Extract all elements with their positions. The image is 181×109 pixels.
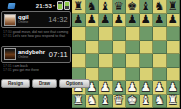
board-square-f1[interactable]: ♝ — [140, 95, 154, 109]
chevron-down-icon: ▾ — [53, 3, 55, 8]
status-bar: 21:53 ▾ — [0, 0, 72, 11]
options-button[interactable]: Options — [59, 79, 90, 88]
board-square-e4[interactable] — [126, 54, 140, 68]
player-name: andybehr — [18, 49, 45, 55]
white-queen: ♛ — [114, 94, 124, 108]
black-pawn: ♟ — [73, 13, 83, 27]
chat-timestamp: 17:31 — [3, 68, 12, 72]
board-square-c3[interactable] — [99, 68, 113, 82]
board-square-a7[interactable]: ♟ — [72, 14, 86, 28]
statusbar-clock: 21:53 — [36, 3, 52, 9]
board-square-g5[interactable] — [153, 41, 167, 55]
board-square-g4[interactable] — [153, 54, 167, 68]
my-player-card[interactable]: andybehr Online 07:11 — [1, 46, 71, 63]
board-square-f3[interactable] — [140, 68, 154, 82]
white-pawn: ♟ — [127, 81, 137, 95]
white-bishop: ♝ — [141, 94, 151, 108]
board-square-e3[interactable] — [126, 68, 140, 82]
board-square-e1[interactable]: ♚ — [126, 95, 140, 109]
board-square-d1[interactable]: ♛ — [113, 95, 127, 109]
black-pawn: ♟ — [100, 13, 110, 27]
board-square-h1[interactable]: ♜ — [167, 95, 181, 109]
player-identity: andybehr Online — [18, 49, 45, 60]
player-clock: 07:11 — [49, 50, 68, 59]
board-square-g3[interactable] — [153, 68, 167, 82]
resign-button[interactable]: Resign — [1, 79, 30, 88]
chat-timestamp: 17:30 — [3, 30, 12, 34]
board-square-g6[interactable] — [153, 27, 167, 41]
chat-text: you got me there — [13, 68, 39, 72]
board-square-e5[interactable] — [126, 41, 140, 55]
statusbar-icons — [57, 1, 70, 10]
black-pawn: ♟ — [168, 13, 178, 27]
board-square-c1[interactable]: ♝ — [99, 95, 113, 109]
app-screen: 21:53 ▾ qgil Online 14:32 17:30good move… — [0, 0, 180, 108]
battery-icon — [64, 1, 70, 10]
board-square-g7[interactable]: ♟ — [153, 14, 167, 28]
board-square-e6[interactable] — [126, 27, 140, 41]
player-status: Online — [18, 21, 29, 25]
board-square-h5[interactable] — [167, 41, 181, 55]
white-pawn: ♟ — [168, 81, 178, 95]
board-square-d6[interactable] — [113, 27, 127, 41]
board-square-b1[interactable]: ♞ — [86, 95, 100, 109]
player-status: Online — [18, 56, 45, 60]
board-square-c7[interactable]: ♟ — [99, 14, 113, 28]
board-square-d7[interactable]: ♟ — [113, 14, 127, 28]
board-square-d4[interactable] — [113, 54, 127, 68]
opponent-card[interactable]: qgil Online 14:32 — [1, 11, 71, 28]
board-square-b4[interactable] — [86, 54, 100, 68]
board-square-a1[interactable]: ♜ — [72, 95, 86, 109]
avatar — [4, 14, 16, 26]
board-square-b5[interactable] — [86, 41, 100, 55]
chat-timestamp: 17:31 — [3, 34, 12, 38]
white-pawn: ♟ — [141, 81, 151, 95]
chess-board: ♜♞♝♛♚♝♞♜♟♟♟♟♟♟♟♟♟♟♟♟♟♟♟♟♜♞♝♛♚♝♞♜ — [72, 0, 180, 108]
board-square-e7[interactable]: ♟ — [126, 14, 140, 28]
white-rook: ♜ — [168, 94, 178, 108]
draw-button[interactable]: Draw — [32, 79, 57, 88]
board-square-a4[interactable] — [72, 54, 86, 68]
board-square-f4[interactable] — [140, 54, 154, 68]
board-square-b7[interactable]: ♟ — [86, 14, 100, 28]
chat-text: Let's see how you respond to that — [13, 34, 65, 38]
white-knight: ♞ — [154, 94, 164, 108]
chat-messages: 17:31i am back 17:31you got me there — [0, 63, 72, 73]
board-square-f5[interactable] — [140, 41, 154, 55]
black-pawn: ♟ — [154, 13, 164, 27]
board-square-h4[interactable] — [167, 54, 181, 68]
action-buttons: Resign Draw Options — [0, 79, 72, 88]
player-clock: 14:32 — [48, 15, 68, 24]
notification-icon — [7, 3, 15, 9]
board-square-f6[interactable] — [140, 27, 154, 41]
avatar — [4, 48, 16, 60]
white-knight: ♞ — [87, 94, 97, 108]
black-pawn: ♟ — [87, 13, 97, 27]
board-square-c4[interactable] — [99, 54, 113, 68]
board-square-a5[interactable] — [72, 41, 86, 55]
board-square-a6[interactable] — [72, 27, 86, 41]
white-pawn: ♟ — [114, 81, 124, 95]
game-info-panel: 21:53 ▾ qgil Online 14:32 17:30good move… — [0, 0, 72, 108]
battery-icon — [57, 1, 63, 10]
white-rook: ♜ — [73, 94, 83, 108]
board-square-g1[interactable]: ♞ — [153, 95, 167, 109]
board-square-c5[interactable] — [99, 41, 113, 55]
board-square-f7[interactable]: ♟ — [140, 14, 154, 28]
chat-message: 17:31Let's see how you respond to that — [3, 34, 72, 38]
board-square-h7[interactable]: ♟ — [167, 14, 181, 28]
black-pawn: ♟ — [141, 13, 151, 27]
white-bishop: ♝ — [100, 94, 110, 108]
board-square-b6[interactable] — [86, 27, 100, 41]
player-identity: qgil Online — [18, 14, 29, 25]
black-pawn: ♟ — [114, 13, 124, 27]
chat-message: 17:31you got me there — [3, 68, 72, 72]
board-square-c6[interactable] — [99, 27, 113, 41]
board-square-h3[interactable] — [167, 68, 181, 82]
white-king: ♚ — [127, 94, 137, 108]
white-pawn: ♟ — [154, 81, 164, 95]
black-pawn: ♟ — [127, 13, 137, 27]
board-square-h6[interactable] — [167, 27, 181, 41]
chat-messages: 17:30good move, did not see that coming … — [0, 28, 72, 38]
white-pawn: ♟ — [100, 81, 110, 95]
board-square-d5[interactable] — [113, 41, 127, 55]
board-square-d3[interactable] — [113, 68, 127, 82]
